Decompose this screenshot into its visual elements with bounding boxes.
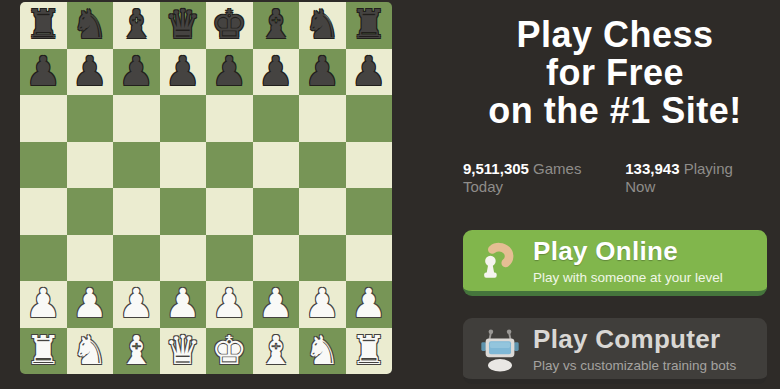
square-c6[interactable]: [113, 95, 160, 142]
play-computer-label: Play Computer: [533, 324, 736, 355]
square-a6[interactable]: [20, 95, 67, 142]
square-g4[interactable]: [299, 188, 346, 235]
square-e6[interactable]: [206, 95, 253, 142]
square-b1[interactable]: ♞: [67, 328, 114, 375]
piece-white-pawn[interactable]: ♟: [72, 283, 108, 323]
page-title: Play Chess for Free on the #1 Site!: [463, 16, 767, 130]
square-f3[interactable]: [253, 235, 300, 282]
piece-black-pawn[interactable]: ♟: [165, 51, 201, 91]
square-e2[interactable]: ♟: [206, 281, 253, 328]
square-h2[interactable]: ♟: [346, 281, 393, 328]
square-h7[interactable]: ♟: [346, 49, 393, 96]
square-a8[interactable]: ♜: [20, 2, 67, 49]
piece-white-pawn[interactable]: ♟: [258, 283, 294, 323]
square-d5[interactable]: [160, 142, 207, 189]
piece-white-knight[interactable]: ♞: [72, 330, 108, 370]
square-c1[interactable]: ♝: [113, 328, 160, 375]
live-stats: 9,511,305 Games Today 133,943 Playing No…: [463, 160, 767, 196]
square-b2[interactable]: ♟: [67, 281, 114, 328]
play-online-label: Play Online: [533, 236, 723, 267]
chess-board: ♜♞♝♛♚♝♞♜♟♟♟♟♟♟♟♟♟♟♟♟♟♟♟♟♜♞♝♛♚♝♞♜: [20, 2, 392, 374]
piece-black-pawn[interactable]: ♟: [25, 51, 61, 91]
square-f7[interactable]: ♟: [253, 49, 300, 96]
square-f4[interactable]: [253, 188, 300, 235]
square-d8[interactable]: ♛: [160, 2, 207, 49]
square-f5[interactable]: [253, 142, 300, 189]
piece-white-bishop[interactable]: ♝: [118, 330, 154, 370]
square-a7[interactable]: ♟: [20, 49, 67, 96]
piece-white-pawn[interactable]: ♟: [351, 283, 387, 323]
square-h8[interactable]: ♜: [346, 2, 393, 49]
play-online-subtitle: Play with someone at your level: [533, 270, 723, 285]
piece-white-pawn[interactable]: ♟: [304, 283, 340, 323]
piece-black-queen[interactable]: ♛: [165, 4, 201, 44]
square-h5[interactable]: [346, 142, 393, 189]
piece-white-king[interactable]: ♚: [211, 330, 247, 370]
square-g8[interactable]: ♞: [299, 2, 346, 49]
square-h6[interactable]: [346, 95, 393, 142]
square-d7[interactable]: ♟: [160, 49, 207, 96]
square-h3[interactable]: [346, 235, 393, 282]
square-g3[interactable]: [299, 235, 346, 282]
square-a5[interactable]: [20, 142, 67, 189]
piece-black-pawn[interactable]: ♟: [211, 51, 247, 91]
play-computer-button[interactable]: Play Computer Play vs customizable train…: [463, 318, 767, 384]
square-b8[interactable]: ♞: [67, 2, 114, 49]
piece-black-rook[interactable]: ♜: [351, 4, 387, 44]
square-g6[interactable]: [299, 95, 346, 142]
piece-white-pawn[interactable]: ♟: [211, 283, 247, 323]
robot-icon: [477, 326, 523, 372]
square-c3[interactable]: [113, 235, 160, 282]
square-e5[interactable]: [206, 142, 253, 189]
square-f8[interactable]: ♝: [253, 2, 300, 49]
square-d2[interactable]: ♟: [160, 281, 207, 328]
square-b5[interactable]: [67, 142, 114, 189]
square-f2[interactable]: ♟: [253, 281, 300, 328]
playing-now-value: 133,943: [625, 160, 679, 177]
square-c4[interactable]: [113, 188, 160, 235]
square-h4[interactable]: [346, 188, 393, 235]
piece-black-bishop[interactable]: ♝: [118, 4, 154, 44]
title-line-3: on the #1 Site!: [463, 92, 767, 130]
square-g5[interactable]: [299, 142, 346, 189]
piece-black-pawn[interactable]: ♟: [72, 51, 108, 91]
square-c5[interactable]: [113, 142, 160, 189]
square-b3[interactable]: [67, 235, 114, 282]
piece-white-pawn[interactable]: ♟: [25, 283, 61, 323]
piece-black-king[interactable]: ♚: [211, 4, 247, 44]
square-a1[interactable]: ♜: [20, 328, 67, 375]
square-c2[interactable]: ♟: [113, 281, 160, 328]
games-today-value: 9,511,305: [463, 160, 529, 177]
square-c8[interactable]: ♝: [113, 2, 160, 49]
hero-panel: Play Chess for Free on the #1 Site! 9,51…: [463, 0, 767, 384]
piece-black-pawn[interactable]: ♟: [258, 51, 294, 91]
piece-black-knight[interactable]: ♞: [304, 4, 340, 44]
square-d1[interactable]: ♛: [160, 328, 207, 375]
games-today-stat: 9,511,305 Games Today: [463, 160, 625, 196]
square-a2[interactable]: ♟: [20, 281, 67, 328]
piece-black-bishop[interactable]: ♝: [258, 4, 294, 44]
square-f6[interactable]: [253, 95, 300, 142]
title-line-2: for Free: [463, 54, 767, 92]
hand-holding-pawn-icon: [477, 238, 523, 284]
square-a3[interactable]: [20, 235, 67, 282]
piece-black-knight[interactable]: ♞: [72, 4, 108, 44]
piece-white-queen[interactable]: ♛: [165, 330, 201, 370]
square-e1[interactable]: ♚: [206, 328, 253, 375]
square-d6[interactable]: [160, 95, 207, 142]
square-b7[interactable]: ♟: [67, 49, 114, 96]
square-a4[interactable]: [20, 188, 67, 235]
square-e4[interactable]: [206, 188, 253, 235]
piece-white-knight[interactable]: ♞: [304, 330, 340, 370]
square-e8[interactable]: ♚: [206, 2, 253, 49]
square-e7[interactable]: ♟: [206, 49, 253, 96]
square-g1[interactable]: ♞: [299, 328, 346, 375]
square-b6[interactable]: [67, 95, 114, 142]
play-online-button[interactable]: Play Online Play with someone at your le…: [463, 230, 767, 296]
square-e3[interactable]: [206, 235, 253, 282]
piece-white-bishop[interactable]: ♝: [258, 330, 294, 370]
playing-now-stat: 133,943 Playing Now: [625, 160, 767, 196]
play-computer-subtitle: Play vs customizable training bots: [533, 358, 736, 373]
piece-black-pawn[interactable]: ♟: [304, 51, 340, 91]
piece-black-pawn[interactable]: ♟: [351, 51, 387, 91]
square-h1[interactable]: ♜: [346, 328, 393, 375]
square-c7[interactable]: ♟: [113, 49, 160, 96]
square-g7[interactable]: ♟: [299, 49, 346, 96]
piece-white-rook[interactable]: ♜: [25, 330, 61, 370]
square-g2[interactable]: ♟: [299, 281, 346, 328]
title-line-1: Play Chess: [463, 16, 767, 54]
piece-white-rook[interactable]: ♜: [351, 330, 387, 370]
square-f1[interactable]: ♝: [253, 328, 300, 375]
square-d4[interactable]: [160, 188, 207, 235]
square-b4[interactable]: [67, 188, 114, 235]
square-d3[interactable]: [160, 235, 207, 282]
piece-black-pawn[interactable]: ♟: [118, 51, 154, 91]
piece-black-rook[interactable]: ♜: [25, 4, 61, 44]
piece-white-pawn[interactable]: ♟: [165, 283, 201, 323]
piece-white-pawn[interactable]: ♟: [118, 283, 154, 323]
